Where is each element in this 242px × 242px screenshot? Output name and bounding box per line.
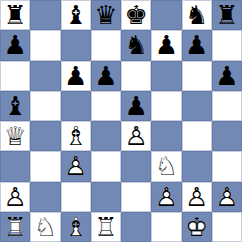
square-h1[interactable] bbox=[212, 212, 242, 242]
black-pawn-icon: ♟ bbox=[182, 30, 212, 60]
square-h6[interactable]: ♟ bbox=[212, 61, 242, 91]
white-pawn-icon: ♙ bbox=[0, 182, 30, 212]
square-f1[interactable] bbox=[151, 212, 181, 242]
square-e4[interactable]: ♟♙ bbox=[121, 121, 151, 151]
white-pawn-icon: ♙ bbox=[61, 151, 91, 181]
square-a1[interactable]: ♜♖ bbox=[0, 212, 30, 242]
square-b2[interactable] bbox=[30, 182, 60, 212]
white-pawn-piece[interactable]: ♟♙ bbox=[121, 121, 151, 151]
black-rook-icon: ♜ bbox=[0, 0, 30, 30]
square-d6[interactable]: ♟ bbox=[91, 61, 121, 91]
white-knight-piece[interactable]: ♞♘ bbox=[151, 151, 181, 181]
black-pawn-icon: ♟ bbox=[121, 91, 151, 121]
square-b1[interactable]: ♞♘ bbox=[30, 212, 60, 242]
white-rook-piece[interactable]: ♜♖ bbox=[0, 212, 30, 242]
white-pawn-piece[interactable]: ♟♙ bbox=[0, 182, 30, 212]
square-a6[interactable] bbox=[0, 61, 30, 91]
white-pawn-piece[interactable]: ♟♙ bbox=[61, 151, 91, 181]
square-b3[interactable] bbox=[30, 151, 60, 181]
square-h7[interactable] bbox=[212, 30, 242, 60]
black-pawn-icon: ♟ bbox=[151, 30, 181, 60]
square-c5[interactable] bbox=[61, 91, 91, 121]
white-king-piece[interactable]: ♚♔ bbox=[182, 212, 212, 242]
white-bishop-icon: ♗ bbox=[61, 121, 91, 151]
square-b5[interactable] bbox=[30, 91, 60, 121]
square-c4[interactable]: ♝♗ bbox=[61, 121, 91, 151]
white-bishop-piece[interactable]: ♝♗ bbox=[61, 212, 91, 242]
black-pawn-piece[interactable]: ♟ bbox=[212, 61, 242, 91]
square-d1[interactable]: ♜♖ bbox=[91, 212, 121, 242]
square-g6[interactable] bbox=[182, 61, 212, 91]
square-e3[interactable] bbox=[121, 151, 151, 181]
black-pawn-icon: ♟ bbox=[212, 61, 242, 91]
square-h3[interactable] bbox=[212, 151, 242, 181]
white-pawn-icon: ♙ bbox=[212, 182, 242, 212]
black-rook-icon: ♜ bbox=[212, 0, 242, 30]
square-h8[interactable]: ♜ bbox=[212, 0, 242, 30]
black-pawn-icon: ♟ bbox=[0, 30, 30, 60]
black-pawn-piece[interactable]: ♟ bbox=[182, 30, 212, 60]
black-rook-piece[interactable]: ♜ bbox=[0, 0, 30, 30]
black-pawn-piece[interactable]: ♟ bbox=[61, 61, 91, 91]
square-h4[interactable] bbox=[212, 121, 242, 151]
square-a4[interactable]: ♛♕ bbox=[0, 121, 30, 151]
square-g5[interactable] bbox=[182, 91, 212, 121]
white-knight-icon: ♘ bbox=[30, 212, 60, 242]
square-e8[interactable]: ♚ bbox=[121, 0, 151, 30]
square-c1[interactable]: ♝♗ bbox=[61, 212, 91, 242]
black-queen-icon: ♛ bbox=[91, 0, 121, 30]
black-knight-icon: ♞ bbox=[182, 0, 212, 30]
square-c8[interactable]: ♝ bbox=[61, 0, 91, 30]
square-c3[interactable]: ♟♙ bbox=[61, 151, 91, 181]
square-b7[interactable] bbox=[30, 30, 60, 60]
square-e6[interactable] bbox=[121, 61, 151, 91]
square-c2[interactable] bbox=[61, 182, 91, 212]
square-e2[interactable] bbox=[121, 182, 151, 212]
black-bishop-piece[interactable]: ♝ bbox=[61, 0, 91, 30]
white-rook-icon: ♖ bbox=[91, 212, 121, 242]
white-pawn-icon: ♙ bbox=[121, 121, 151, 151]
square-f3[interactable]: ♞♘ bbox=[151, 151, 181, 181]
white-pawn-piece[interactable]: ♟♙ bbox=[151, 182, 181, 212]
black-pawn-icon: ♟ bbox=[91, 61, 121, 91]
square-g1[interactable]: ♚♔ bbox=[182, 212, 212, 242]
black-knight-piece[interactable]: ♞ bbox=[121, 30, 151, 60]
black-bishop-icon: ♝ bbox=[61, 0, 91, 30]
square-d3[interactable] bbox=[91, 151, 121, 181]
square-a3[interactable] bbox=[0, 151, 30, 181]
square-d5[interactable] bbox=[91, 91, 121, 121]
square-c7[interactable] bbox=[61, 30, 91, 60]
black-pawn-piece[interactable]: ♟ bbox=[91, 61, 121, 91]
square-b8[interactable] bbox=[30, 0, 60, 30]
square-a2[interactable]: ♟♙ bbox=[0, 182, 30, 212]
white-pawn-icon: ♙ bbox=[151, 182, 181, 212]
square-d7[interactable] bbox=[91, 30, 121, 60]
chess-board: ♜♝♛♚♞♜♟♞♟♟♟♟♟♝♟♛♕♝♗♟♙♟♙♞♘♟♙♟♙♟♙♟♙♜♖♞♘♝♗♜… bbox=[0, 0, 242, 242]
square-g8[interactable]: ♞ bbox=[182, 0, 212, 30]
white-knight-piece[interactable]: ♞♘ bbox=[30, 212, 60, 242]
square-c6[interactable]: ♟ bbox=[61, 61, 91, 91]
white-pawn-piece[interactable]: ♟♙ bbox=[182, 182, 212, 212]
square-f4[interactable] bbox=[151, 121, 181, 151]
white-knight-icon: ♘ bbox=[151, 151, 181, 181]
square-f5[interactable] bbox=[151, 91, 181, 121]
square-d4[interactable] bbox=[91, 121, 121, 151]
white-bishop-icon: ♗ bbox=[61, 212, 91, 242]
square-d2[interactable] bbox=[91, 182, 121, 212]
square-e1[interactable] bbox=[121, 212, 151, 242]
square-e5[interactable]: ♟ bbox=[121, 91, 151, 121]
black-queen-piece[interactable]: ♛ bbox=[91, 0, 121, 30]
square-g3[interactable] bbox=[182, 151, 212, 181]
black-knight-icon: ♞ bbox=[121, 30, 151, 60]
black-pawn-piece[interactable]: ♟ bbox=[121, 91, 151, 121]
square-h5[interactable] bbox=[212, 91, 242, 121]
white-rook-piece[interactable]: ♜♖ bbox=[91, 212, 121, 242]
white-rook-icon: ♖ bbox=[0, 212, 30, 242]
square-a7[interactable]: ♟ bbox=[0, 30, 30, 60]
black-king-piece[interactable]: ♚ bbox=[121, 0, 151, 30]
square-a8[interactable]: ♜ bbox=[0, 0, 30, 30]
square-g7[interactable]: ♟ bbox=[182, 30, 212, 60]
square-h2[interactable]: ♟♙ bbox=[212, 182, 242, 212]
black-bishop-icon: ♝ bbox=[0, 91, 30, 121]
white-pawn-icon: ♙ bbox=[182, 182, 212, 212]
square-e7[interactable]: ♞ bbox=[121, 30, 151, 60]
white-queen-piece[interactable]: ♛♕ bbox=[0, 121, 30, 151]
white-queen-icon: ♕ bbox=[0, 121, 30, 151]
square-f6[interactable] bbox=[151, 61, 181, 91]
square-f8[interactable] bbox=[151, 0, 181, 30]
white-king-icon: ♔ bbox=[182, 212, 212, 242]
white-pawn-piece[interactable]: ♟♙ bbox=[212, 182, 242, 212]
white-bishop-piece[interactable]: ♝♗ bbox=[61, 121, 91, 151]
black-bishop-piece[interactable]: ♝ bbox=[0, 91, 30, 121]
black-knight-piece[interactable]: ♞ bbox=[182, 0, 212, 30]
square-g4[interactable] bbox=[182, 121, 212, 151]
square-b4[interactable] bbox=[30, 121, 60, 151]
black-pawn-icon: ♟ bbox=[61, 61, 91, 91]
square-a5[interactable]: ♝ bbox=[0, 91, 30, 121]
square-f7[interactable]: ♟ bbox=[151, 30, 181, 60]
square-b6[interactable] bbox=[30, 61, 60, 91]
square-g2[interactable]: ♟♙ bbox=[182, 182, 212, 212]
square-f2[interactable]: ♟♙ bbox=[151, 182, 181, 212]
square-d8[interactable]: ♛ bbox=[91, 0, 121, 30]
black-pawn-piece[interactable]: ♟ bbox=[151, 30, 181, 60]
black-rook-piece[interactable]: ♜ bbox=[212, 0, 242, 30]
black-king-icon: ♚ bbox=[121, 0, 151, 30]
black-pawn-piece[interactable]: ♟ bbox=[0, 30, 30, 60]
